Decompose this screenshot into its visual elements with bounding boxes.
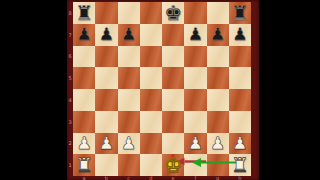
- piece-white-king[interactable]: ♚: [164, 155, 182, 175]
- rank-label: 7: [68, 32, 71, 38]
- square-g2[interactable]: ♟: [207, 133, 229, 155]
- square-g3[interactable]: [207, 111, 229, 133]
- square-b2[interactable]: ♟: [95, 133, 117, 155]
- square-d5[interactable]: [140, 67, 162, 89]
- square-d4[interactable]: [140, 89, 162, 111]
- square-g6[interactable]: [207, 46, 229, 68]
- square-d3[interactable]: [140, 111, 162, 133]
- square-h7[interactable]: ♟: [229, 24, 251, 46]
- square-d7[interactable]: [140, 24, 162, 46]
- square-c1[interactable]: [118, 154, 140, 176]
- square-h5[interactable]: [229, 67, 251, 89]
- square-a5[interactable]: [73, 67, 95, 89]
- square-c4[interactable]: [118, 89, 140, 111]
- square-f7[interactable]: ♟: [184, 24, 206, 46]
- square-h3[interactable]: [229, 111, 251, 133]
- square-f8[interactable]: [184, 2, 206, 24]
- square-h1[interactable]: ♜: [229, 154, 251, 176]
- piece-white-rook[interactable]: ♜: [75, 155, 93, 175]
- square-b3[interactable]: [95, 111, 117, 133]
- square-b7[interactable]: ♟: [95, 24, 117, 46]
- square-f6[interactable]: [184, 46, 206, 68]
- piece-white-rook[interactable]: ♜: [231, 155, 249, 175]
- piece-black-pawn[interactable]: ♟: [99, 26, 114, 43]
- rank-label: 1: [68, 162, 71, 168]
- square-f2[interactable]: ♟: [184, 133, 206, 155]
- video-frame: 87654321 ♜♚♜♟♟♟♟♟♟♟♟♟♟♟♟♜♚♜ abcdefgh: [0, 0, 320, 180]
- square-a3[interactable]: [73, 111, 95, 133]
- piece-black-pawn[interactable]: ♟: [210, 26, 225, 43]
- square-d1[interactable]: [140, 154, 162, 176]
- piece-white-pawn[interactable]: ♟: [121, 135, 136, 152]
- square-f5[interactable]: [184, 67, 206, 89]
- file-label: c: [127, 176, 130, 180]
- square-e6[interactable]: [162, 46, 184, 68]
- piece-black-pawn[interactable]: ♟: [188, 26, 203, 43]
- square-g1[interactable]: [207, 154, 229, 176]
- square-g8[interactable]: [207, 2, 229, 24]
- rank-label: 4: [68, 97, 71, 103]
- square-g5[interactable]: [207, 67, 229, 89]
- square-h6[interactable]: [229, 46, 251, 68]
- square-c7[interactable]: ♟: [118, 24, 140, 46]
- piece-black-pawn[interactable]: ♟: [121, 26, 136, 43]
- square-h4[interactable]: [229, 89, 251, 111]
- square-a8[interactable]: ♜: [73, 2, 95, 24]
- piece-black-pawn[interactable]: ♟: [232, 26, 247, 43]
- square-h8[interactable]: ♜: [229, 2, 251, 24]
- square-g7[interactable]: ♟: [207, 24, 229, 46]
- square-c8[interactable]: [118, 2, 140, 24]
- rank-label: 6: [68, 53, 71, 59]
- chess-board: 87654321 ♜♚♜♟♟♟♟♟♟♟♟♟♟♟♟♜♚♜ abcdefgh: [67, 0, 259, 180]
- piece-white-pawn[interactable]: ♟: [188, 135, 203, 152]
- file-label: b: [105, 176, 108, 180]
- square-a6[interactable]: [73, 46, 95, 68]
- piece-white-pawn[interactable]: ♟: [210, 135, 225, 152]
- square-c6[interactable]: [118, 46, 140, 68]
- square-a4[interactable]: [73, 89, 95, 111]
- file-labels: abcdefgh: [73, 176, 251, 180]
- square-a1[interactable]: ♜: [73, 154, 95, 176]
- square-e3[interactable]: [162, 111, 184, 133]
- square-d6[interactable]: [140, 46, 162, 68]
- square-c2[interactable]: ♟: [118, 133, 140, 155]
- piece-white-pawn[interactable]: ♟: [77, 135, 92, 152]
- square-c3[interactable]: [118, 111, 140, 133]
- square-b1[interactable]: [95, 154, 117, 176]
- square-b6[interactable]: [95, 46, 117, 68]
- square-h2[interactable]: ♟: [229, 133, 251, 155]
- square-b5[interactable]: [95, 67, 117, 89]
- piece-white-pawn[interactable]: ♟: [232, 135, 247, 152]
- square-c5[interactable]: [118, 67, 140, 89]
- square-f4[interactable]: [184, 89, 206, 111]
- square-f1[interactable]: [184, 154, 206, 176]
- square-e8[interactable]: ♚: [162, 2, 184, 24]
- square-e2[interactable]: [162, 133, 184, 155]
- rank-label: 2: [68, 140, 71, 146]
- rank-label: 3: [68, 119, 71, 125]
- board-squares: ♜♚♜♟♟♟♟♟♟♟♟♟♟♟♟♜♚♜: [73, 2, 251, 176]
- file-label: f: [194, 176, 196, 180]
- square-a7[interactable]: ♟: [73, 24, 95, 46]
- piece-black-pawn[interactable]: ♟: [77, 26, 92, 43]
- square-e7[interactable]: [162, 24, 184, 46]
- square-e1[interactable]: ♚: [162, 154, 184, 176]
- square-e5[interactable]: [162, 67, 184, 89]
- square-g4[interactable]: [207, 89, 229, 111]
- file-label: d: [149, 176, 152, 180]
- rank-label: 8: [68, 10, 71, 16]
- square-a2[interactable]: ♟: [73, 133, 95, 155]
- piece-black-king[interactable]: ♚: [164, 3, 182, 23]
- piece-white-pawn[interactable]: ♟: [99, 135, 114, 152]
- square-b8[interactable]: [95, 2, 117, 24]
- piece-black-rook[interactable]: ♜: [231, 3, 249, 23]
- highlight-dot: [172, 154, 175, 157]
- file-label: g: [216, 176, 219, 180]
- square-d8[interactable]: [140, 2, 162, 24]
- piece-black-rook[interactable]: ♜: [75, 3, 93, 23]
- square-e4[interactable]: [162, 89, 184, 111]
- square-d2[interactable]: [140, 133, 162, 155]
- square-f3[interactable]: [184, 111, 206, 133]
- rank-label: 5: [68, 75, 71, 81]
- square-b4[interactable]: [95, 89, 117, 111]
